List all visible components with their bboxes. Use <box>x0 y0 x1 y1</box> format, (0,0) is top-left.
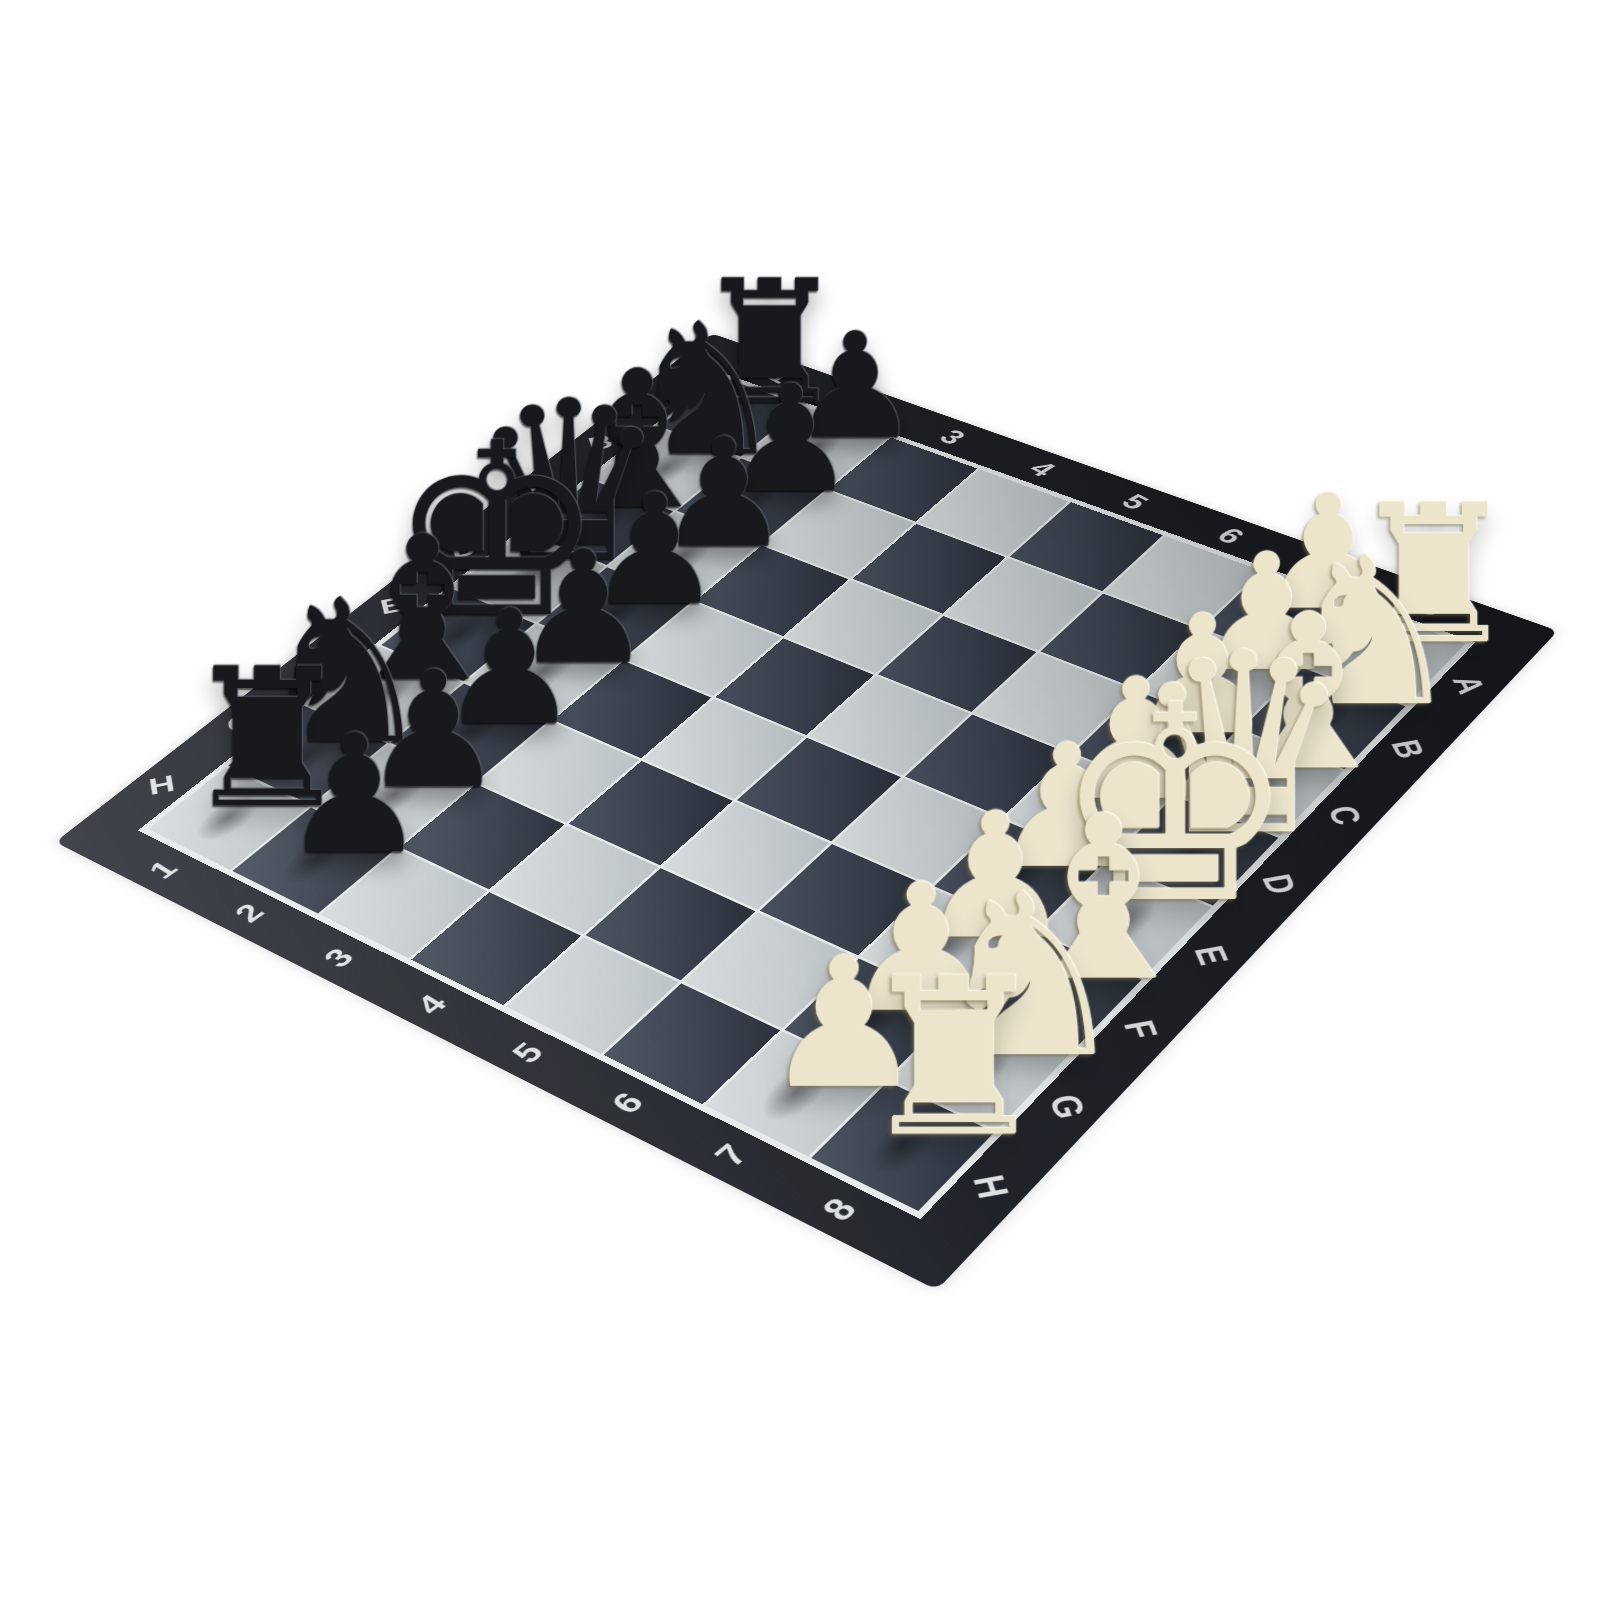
square-d4[interactable] <box>716 638 874 735</box>
board-grid: ♜♞♝♚♛♝♞♜♟♟♟♟♟♟♟♟♟♟♟♟♟♟♟♟♜♞♝♚♛♝♞♜ <box>148 377 1466 1211</box>
perspective-scene: HGFEDCBAHGFEDCBA1234567812345678 ♜♞♝♚♛♝♞… <box>0 0 1600 1600</box>
square-h8[interactable]: ♜ <box>811 1082 994 1212</box>
rank-label-right-5: 5 <box>1114 490 1156 515</box>
piece-bP-h2[interactable]: ♟ <box>208 717 500 873</box>
rank-label-left-5: 5 <box>504 1036 553 1069</box>
rank-label-left-8: 8 <box>813 1191 866 1227</box>
rank-label-left-3: 3 <box>316 942 362 972</box>
board-tilt-wrapper: HGFEDCBAHGFEDCBA1234567812345678 ♜♞♝♚♛♝♞… <box>0 0 1600 1600</box>
file-label-bottom-h: H <box>963 1172 1018 1203</box>
rank-label-left-4: 4 <box>408 989 455 1020</box>
piece-wR-h8[interactable]: ♜ <box>789 955 1116 1162</box>
rank-label-left-1: 1 <box>142 855 186 884</box>
rank-label-right-4: 4 <box>1021 457 1063 481</box>
rank-label-left-2: 2 <box>227 898 272 927</box>
photo-background: HGFEDCBAHGFEDCBA1234567812345678 ♜♞♝♚♛♝♞… <box>0 0 1600 1600</box>
rank-label-left-7: 7 <box>706 1138 758 1173</box>
square-b4[interactable] <box>853 524 1006 614</box>
chess-mat: HGFEDCBAHGFEDCBA1234567812345678 ♜♞♝♚♛♝♞… <box>55 333 1558 1290</box>
rank-label-left-6: 6 <box>603 1086 653 1120</box>
playing-area: ♜♞♝♚♛♝♞♜♟♟♟♟♟♟♟♟♟♟♟♟♟♟♟♟♜♞♝♚♛♝♞♜ <box>138 372 1475 1219</box>
